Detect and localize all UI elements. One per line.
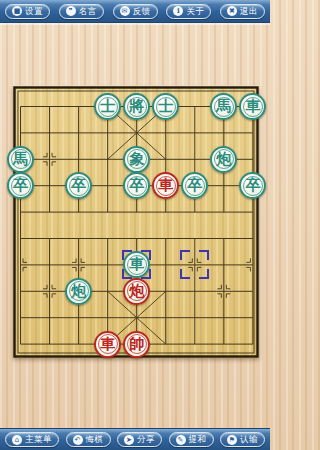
piece-glyph: 車 — [158, 176, 173, 195]
main-menu-button[interactable]: ⌂主菜单 — [5, 432, 59, 447]
feedback-button[interactable]: ✉反馈 — [113, 4, 158, 19]
resign-button[interactable]: ⚑认输 — [220, 432, 265, 447]
board-grid — [13, 86, 259, 358]
black-soldier-piece[interactable]: 卒 — [7, 172, 34, 199]
top-toolbar: ■设置❞名言✉反馈ℹ关于✖退出 — [0, 0, 270, 23]
piece-glyph: 卒 — [129, 176, 144, 195]
share-icon: ➤ — [124, 435, 134, 445]
piece-glyph: 卒 — [71, 176, 86, 195]
piece-glyph: 卒 — [13, 176, 28, 195]
piece-glyph: 車 — [100, 335, 115, 354]
bottom-toolbar: ⌂主菜单↶悔棋➤分享✎提和⚑认输 — [0, 428, 270, 450]
wood-highlight — [0, 23, 270, 25]
settings-button-label: 设置 — [25, 7, 43, 16]
piece-glyph: 士 — [158, 97, 173, 116]
main-menu-button-label: 主菜单 — [25, 435, 52, 444]
share-button[interactable]: ➤分享 — [117, 432, 162, 447]
exit-button-label: 退出 — [240, 7, 258, 16]
quote-bubble-icon: ❞ — [66, 6, 76, 16]
piece-glyph: 車 — [245, 97, 260, 116]
share-button-label: 分享 — [137, 435, 155, 444]
piece-glyph: 士 — [100, 97, 115, 116]
xiangqi-board[interactable]: 士將士馬車馬象炮卒卒卒車卒卒車炮炮車帥 — [13, 86, 259, 358]
piece-glyph: 炮 — [71, 282, 86, 301]
black-chariot-piece[interactable]: 車 — [239, 93, 266, 120]
black-horse-piece[interactable]: 馬 — [7, 146, 34, 173]
piece-glyph: 馬 — [13, 150, 28, 169]
settings-icon: ■ — [12, 6, 22, 16]
black-advisor-piece[interactable]: 士 — [94, 93, 121, 120]
undo-move-button-label: 悔棋 — [86, 435, 104, 444]
flag-icon: ⚑ — [227, 435, 237, 445]
black-general-piece[interactable]: 將 — [123, 93, 150, 120]
piece-glyph: 卒 — [187, 176, 202, 195]
envelope-icon: ✉ — [120, 6, 130, 16]
piece-glyph: 象 — [129, 150, 144, 169]
black-cannon-piece[interactable]: 炮 — [210, 146, 237, 173]
red-cannon-piece[interactable]: 炮 — [123, 278, 150, 305]
info-icon: ℹ — [173, 6, 183, 16]
settings-button[interactable]: ■设置 — [5, 4, 50, 19]
home-icon: ⌂ — [12, 435, 22, 445]
about-button-label: 关于 — [186, 7, 204, 16]
offer-draw-button[interactable]: ✎提和 — [169, 432, 214, 447]
about-button[interactable]: ℹ关于 — [166, 4, 211, 19]
close-icon: ✖ — [227, 6, 237, 16]
resign-button-label: 认输 — [240, 435, 258, 444]
piece-glyph: 炮 — [129, 282, 144, 301]
offer-draw-button-label: 提和 — [189, 435, 207, 444]
piece-glyph: 車 — [129, 255, 144, 274]
piece-glyph: 卒 — [245, 176, 260, 195]
piece-glyph: 帥 — [129, 335, 144, 354]
piece-glyph: 將 — [129, 97, 144, 116]
black-soldier-piece[interactable]: 卒 — [239, 172, 266, 199]
red-chariot-piece[interactable]: 車 — [94, 331, 121, 358]
piece-glyph: 馬 — [216, 97, 231, 116]
black-elephant-piece[interactable]: 象 — [123, 146, 150, 173]
pencil-icon: ✎ — [176, 435, 186, 445]
exit-button[interactable]: ✖退出 — [220, 4, 265, 19]
red-king-piece[interactable]: 帥 — [123, 331, 150, 358]
feedback-button-label: 反馈 — [133, 7, 151, 16]
piece-glyph: 炮 — [216, 150, 231, 169]
quotes-button[interactable]: ❞名言 — [59, 4, 104, 19]
black-cannon-piece[interactable]: 炮 — [65, 278, 92, 305]
quotes-button-label: 名言 — [79, 7, 97, 16]
undo-icon: ↶ — [73, 435, 83, 445]
undo-move-button[interactable]: ↶悔棋 — [66, 432, 111, 447]
